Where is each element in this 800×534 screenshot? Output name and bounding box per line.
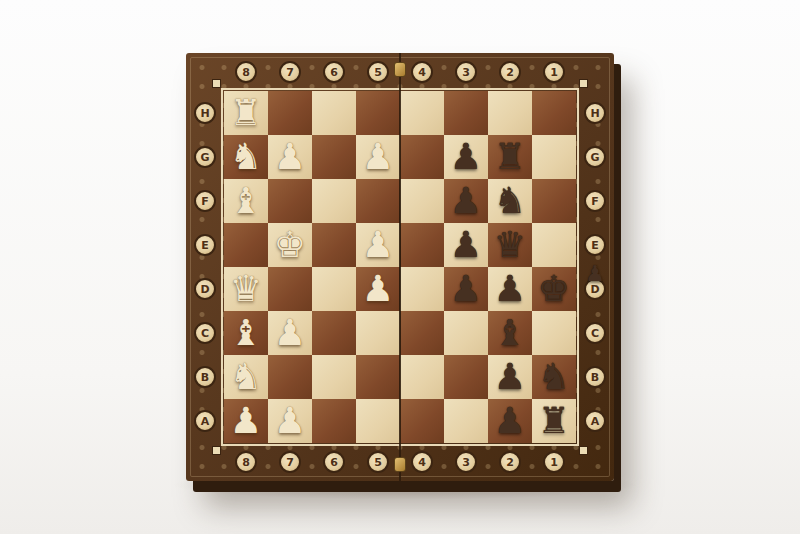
- photo-scene: ♜♞♟♟♟♜♝♟♞♚♟♟♛♛♟♟♟♚♝♟♝♞♟♞♟♟♟♜ AA88BB77CC6…: [0, 0, 800, 534]
- square-g2[interactable]: ♜: [488, 135, 532, 179]
- square-h1[interactable]: [532, 91, 576, 135]
- square-a8[interactable]: ♟: [224, 399, 268, 443]
- rank-label-bottom-5: 5: [367, 451, 389, 473]
- square-h4[interactable]: [400, 91, 444, 135]
- hinge-icon: [394, 62, 406, 77]
- piece-black-king-d1[interactable]: ♚: [538, 271, 570, 307]
- square-c2[interactable]: ♝: [488, 311, 532, 355]
- corner-inlay: [579, 79, 588, 88]
- square-d8[interactable]: ♛: [224, 267, 268, 311]
- square-g4[interactable]: [400, 135, 444, 179]
- square-e6[interactable]: [312, 223, 356, 267]
- file-label-left-F: F: [194, 190, 216, 212]
- piece-black-bishop-c2[interactable]: ♝: [494, 315, 526, 351]
- square-c7[interactable]: ♟: [268, 311, 312, 355]
- piece-white-pawn-d5[interactable]: ♟: [362, 271, 394, 307]
- square-h6[interactable]: [312, 91, 356, 135]
- square-e8[interactable]: [224, 223, 268, 267]
- rank-label-top-1: 1: [543, 61, 565, 83]
- square-e3[interactable]: ♟: [444, 223, 488, 267]
- rank-label-bottom-3: 3: [455, 451, 477, 473]
- square-f3[interactable]: ♟: [444, 179, 488, 223]
- square-c6[interactable]: [312, 311, 356, 355]
- file-label-left-D: D: [194, 278, 216, 300]
- piece-white-pawn-g5[interactable]: ♟: [362, 139, 394, 175]
- piece-black-pawn-f3[interactable]: ♟: [450, 183, 482, 219]
- board-fold-seam: [399, 53, 401, 481]
- piece-white-queen-d8[interactable]: ♛: [230, 271, 262, 307]
- square-e7[interactable]: ♚: [268, 223, 312, 267]
- square-b1[interactable]: ♞: [532, 355, 576, 399]
- square-c3[interactable]: [444, 311, 488, 355]
- piece-white-knight-g8[interactable]: ♞: [230, 139, 262, 175]
- file-label-right-C: C: [584, 322, 606, 344]
- piece-white-pawn-a8[interactable]: ♟: [230, 403, 262, 439]
- piece-white-pawn-e5[interactable]: ♟: [362, 227, 394, 263]
- file-label-left-C: C: [194, 322, 216, 344]
- square-c8[interactable]: ♝: [224, 311, 268, 355]
- square-g8[interactable]: ♞: [224, 135, 268, 179]
- piece-white-bishop-f8[interactable]: ♝: [230, 183, 262, 219]
- square-d2[interactable]: ♟: [488, 267, 532, 311]
- piece-black-pawn-a2[interactable]: ♟: [494, 403, 526, 439]
- piece-black-knight-b1[interactable]: ♞: [538, 359, 570, 395]
- square-h3[interactable]: [444, 91, 488, 135]
- square-a7[interactable]: ♟: [268, 399, 312, 443]
- piece-black-knight-f2[interactable]: ♞: [494, 183, 526, 219]
- square-d5[interactable]: ♟: [356, 267, 400, 311]
- file-label-left-E: E: [194, 234, 216, 256]
- square-f8[interactable]: ♝: [224, 179, 268, 223]
- square-f2[interactable]: ♞: [488, 179, 532, 223]
- piece-white-rook-h8[interactable]: ♜: [230, 95, 262, 131]
- square-b2[interactable]: ♟: [488, 355, 532, 399]
- square-f4[interactable]: [400, 179, 444, 223]
- square-h5[interactable]: [356, 91, 400, 135]
- square-a6[interactable]: [312, 399, 356, 443]
- square-d6[interactable]: [312, 267, 356, 311]
- square-e4[interactable]: [400, 223, 444, 267]
- square-d7[interactable]: [268, 267, 312, 311]
- file-label-left-H: H: [194, 102, 216, 124]
- piece-black-rook-a1[interactable]: ♜: [538, 403, 570, 439]
- piece-white-pawn-g7[interactable]: ♟: [274, 139, 306, 175]
- corner-inlay: [212, 79, 221, 88]
- square-g7[interactable]: ♟: [268, 135, 312, 179]
- rank-label-bottom-6: 6: [323, 451, 345, 473]
- corner-inlay: [212, 446, 221, 455]
- square-e2[interactable]: ♛: [488, 223, 532, 267]
- square-b6[interactable]: [312, 355, 356, 399]
- square-g5[interactable]: ♟: [356, 135, 400, 179]
- rank-label-bottom-1: 1: [543, 451, 565, 473]
- piece-black-pawn-e3[interactable]: ♟: [450, 227, 482, 263]
- piece-white-knight-b8[interactable]: ♞: [230, 359, 262, 395]
- hinge-icon: [394, 457, 406, 472]
- square-b4[interactable]: [400, 355, 444, 399]
- rank-label-top-3: 3: [455, 61, 477, 83]
- square-a1[interactable]: ♜: [532, 399, 576, 443]
- rank-label-bottom-4: 4: [411, 451, 433, 473]
- square-f7[interactable]: [268, 179, 312, 223]
- square-e1[interactable]: [532, 223, 576, 267]
- rank-label-bottom-8: 8: [235, 451, 257, 473]
- square-h2[interactable]: [488, 91, 532, 135]
- rank-label-bottom-7: 7: [279, 451, 301, 473]
- square-g1[interactable]: [532, 135, 576, 179]
- piece-black-pawn-b2[interactable]: ♟: [494, 359, 526, 395]
- file-label-right-G: G: [584, 146, 606, 168]
- square-g6[interactable]: [312, 135, 356, 179]
- file-label-right-B: B: [584, 366, 606, 388]
- piece-black-pawn-d2[interactable]: ♟: [494, 271, 526, 307]
- square-d4[interactable]: [400, 267, 444, 311]
- square-f1[interactable]: [532, 179, 576, 223]
- square-c1[interactable]: [532, 311, 576, 355]
- square-h7[interactable]: [268, 91, 312, 135]
- rank-label-top-6: 6: [323, 61, 345, 83]
- square-c4[interactable]: [400, 311, 444, 355]
- file-label-right-E: E: [584, 234, 606, 256]
- square-a3[interactable]: [444, 399, 488, 443]
- square-b7[interactable]: [268, 355, 312, 399]
- file-label-right-A: A: [584, 410, 606, 432]
- square-d1[interactable]: ♚: [532, 267, 576, 311]
- square-h8[interactable]: ♜: [224, 91, 268, 135]
- piece-white-pawn-a7[interactable]: ♟: [274, 403, 306, 439]
- square-b8[interactable]: ♞: [224, 355, 268, 399]
- file-label-right-F: F: [584, 190, 606, 212]
- file-label-right-H: H: [584, 102, 606, 124]
- square-b3[interactable]: [444, 355, 488, 399]
- piece-white-bishop-c8[interactable]: ♝: [230, 315, 262, 351]
- corner-inlay: [579, 446, 588, 455]
- square-f5[interactable]: [356, 179, 400, 223]
- piece-white-pawn-c7[interactable]: ♟: [274, 315, 306, 351]
- square-g3[interactable]: ♟: [444, 135, 488, 179]
- file-label-left-G: G: [194, 146, 216, 168]
- square-e5[interactable]: ♟: [356, 223, 400, 267]
- square-a5[interactable]: [356, 399, 400, 443]
- file-label-left-A: A: [194, 410, 216, 432]
- square-a4[interactable]: [400, 399, 444, 443]
- rank-label-top-7: 7: [279, 61, 301, 83]
- square-d3[interactable]: ♟: [444, 267, 488, 311]
- piece-black-rook-g2[interactable]: ♜: [494, 139, 526, 175]
- square-a2[interactable]: ♟: [488, 399, 532, 443]
- captured-black-pawn[interactable]: ♟: [582, 261, 608, 287]
- rank-label-top-2: 2: [499, 61, 521, 83]
- piece-black-pawn-g3[interactable]: ♟: [450, 139, 482, 175]
- chess-board: ♜♞♟♟♟♜♝♟♞♚♟♟♛♛♟♟♟♚♝♟♝♞♟♞♟♟♟♜ AA88BB77CC6…: [186, 53, 614, 481]
- rank-label-bottom-2: 2: [499, 451, 521, 473]
- square-c5[interactable]: [356, 311, 400, 355]
- rank-label-top-5: 5: [367, 61, 389, 83]
- piece-black-pawn-d3[interactable]: ♟: [450, 271, 482, 307]
- file-label-left-B: B: [194, 366, 216, 388]
- piece-white-king-e7[interactable]: ♚: [274, 227, 306, 263]
- square-f6[interactable]: [312, 179, 356, 223]
- rank-label-top-4: 4: [411, 61, 433, 83]
- square-b5[interactable]: [356, 355, 400, 399]
- rank-label-top-8: 8: [235, 61, 257, 83]
- piece-black-queen-e2[interactable]: ♛: [494, 227, 526, 263]
